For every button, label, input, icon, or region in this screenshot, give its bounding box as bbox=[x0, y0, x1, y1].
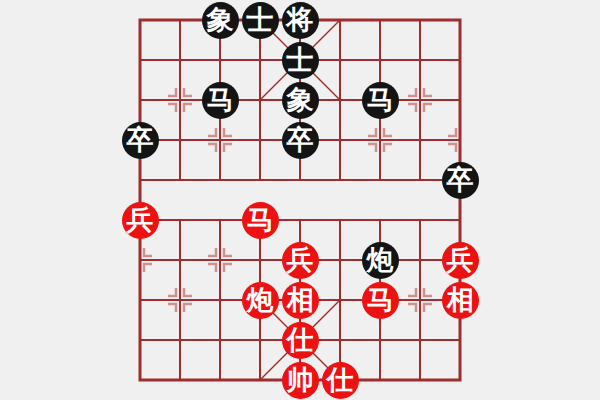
piece-black-advisor[interactable]: 士 bbox=[242, 2, 279, 39]
piece-red-cannon[interactable]: 炮 bbox=[242, 282, 279, 319]
piece-black-elephant[interactable]: 象 bbox=[282, 82, 319, 119]
piece-red-pawn[interactable]: 兵 bbox=[442, 242, 479, 279]
piece-black-elephant[interactable]: 象 bbox=[202, 2, 239, 39]
piece-red-elephant[interactable]: 相 bbox=[282, 282, 319, 319]
piece-black-pawn[interactable]: 卒 bbox=[282, 122, 319, 159]
piece-red-horse[interactable]: 马 bbox=[362, 282, 399, 319]
piece-black-pawn[interactable]: 卒 bbox=[442, 162, 479, 199]
piece-black-horse[interactable]: 马 bbox=[202, 82, 239, 119]
piece-black-advisor[interactable]: 士 bbox=[282, 42, 319, 79]
piece-black-general[interactable]: 将 bbox=[282, 2, 319, 39]
xiangqi-board: 象士将士马象马卒卒卒兵马兵炮兵炮相马相仕帅仕 bbox=[0, 0, 600, 400]
piece-black-horse[interactable]: 马 bbox=[362, 82, 399, 119]
piece-red-advisor[interactable]: 仕 bbox=[322, 362, 359, 399]
pieces-layer: 象士将士马象马卒卒卒兵马兵炮兵炮相马相仕帅仕 bbox=[120, 0, 480, 400]
piece-red-pawn[interactable]: 兵 bbox=[282, 242, 319, 279]
piece-red-advisor[interactable]: 仕 bbox=[282, 322, 319, 359]
piece-black-pawn[interactable]: 卒 bbox=[122, 122, 159, 159]
piece-red-general[interactable]: 帅 bbox=[282, 362, 319, 399]
piece-red-pawn[interactable]: 兵 bbox=[122, 202, 159, 239]
piece-red-elephant[interactable]: 相 bbox=[442, 282, 479, 319]
piece-black-cannon[interactable]: 炮 bbox=[362, 242, 399, 279]
piece-red-horse[interactable]: 马 bbox=[242, 202, 279, 239]
